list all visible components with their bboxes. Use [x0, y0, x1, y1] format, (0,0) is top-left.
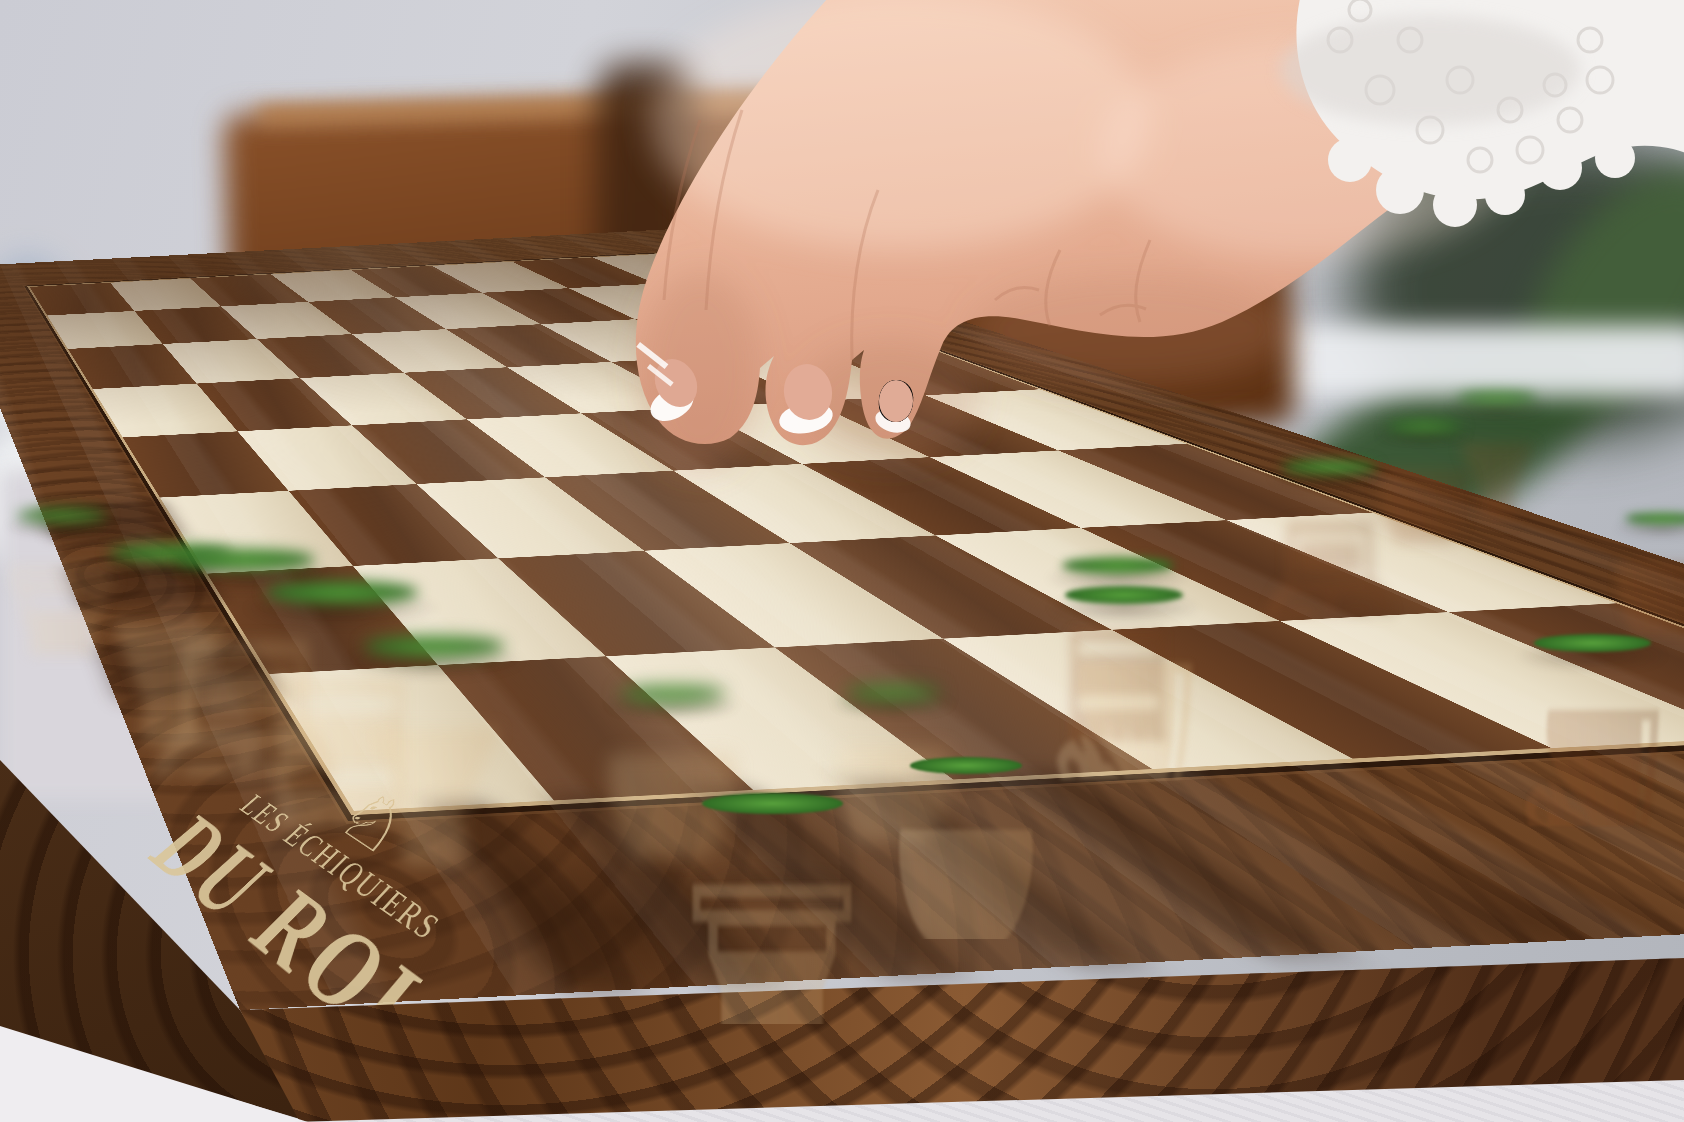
- brown-knight-b8-reflection: ♞: [1397, 650, 1684, 826]
- green-felt-base: [702, 793, 843, 814]
- pieces-layer: ♝♝♟♟♚♚♜♜♟♟♝♝♚♚♛♛♛♛♞♞♞♞♝♝♟♟♟♟♟♟♜♜: [0, 0, 1684, 1122]
- green-felt-base: [364, 636, 505, 657]
- white-rook-held-reflection: ♜: [537, 812, 1007, 1024]
- photo-scene: ♘ LES ÉCHIQUIERS DU ROI ♝♝♟♟♚♚♜♜♟♟♝♝♚♚♛♛…: [0, 0, 1684, 1122]
- reflection-glyph: ♜: [631, 812, 913, 1024]
- green-felt-base: [175, 549, 315, 570]
- reflection-glyph: ♞: [1475, 650, 1684, 826]
- green-felt-base: [266, 581, 418, 604]
